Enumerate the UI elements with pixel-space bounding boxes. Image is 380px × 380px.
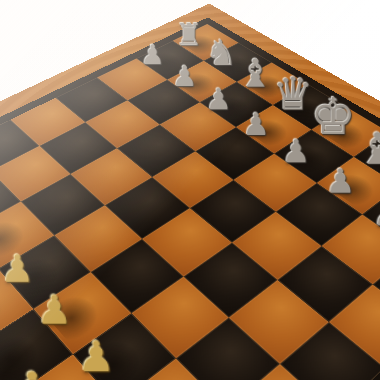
piece-white-pawn[interactable]: ♟ [0,179,30,213]
square-g3[interactable] [176,317,280,380]
board-black-frame: ♜♞♝♛♚♝♞♜♟♟♟♟♟♟♟♟♟♟♟♟♟♟♟♟♜♞♝♛♚♝♞♜ [0,17,380,380]
piece-white-bishop[interactable]: ♝ [0,364,131,380]
piece-white-pawn[interactable]: ♟ [0,212,65,248]
piece-black-pawn[interactable]: ♟ [310,195,380,230]
leather-table: ♜♞♝♛♚♝♞♜♟♟♟♟♟♟♟♟♟♟♟♟♟♟♟♟♜♞♝♛♚♝♞♜ [0,4,380,380]
chess-board: ♜♞♝♛♚♝♞♜♟♟♟♟♟♟♟♟♟♟♟♟♟♟♟♟♜♞♝♛♚♝♞♜ [0,24,380,380]
piece-black-pawn[interactable]: ♟ [359,230,380,267]
photo-backdrop: ♜♞♝♛♚♝♞♜♟♟♟♟♟♟♟♟♟♟♟♟♟♟♟♟♜♞♝♛♚♝♞♜ [0,0,380,380]
